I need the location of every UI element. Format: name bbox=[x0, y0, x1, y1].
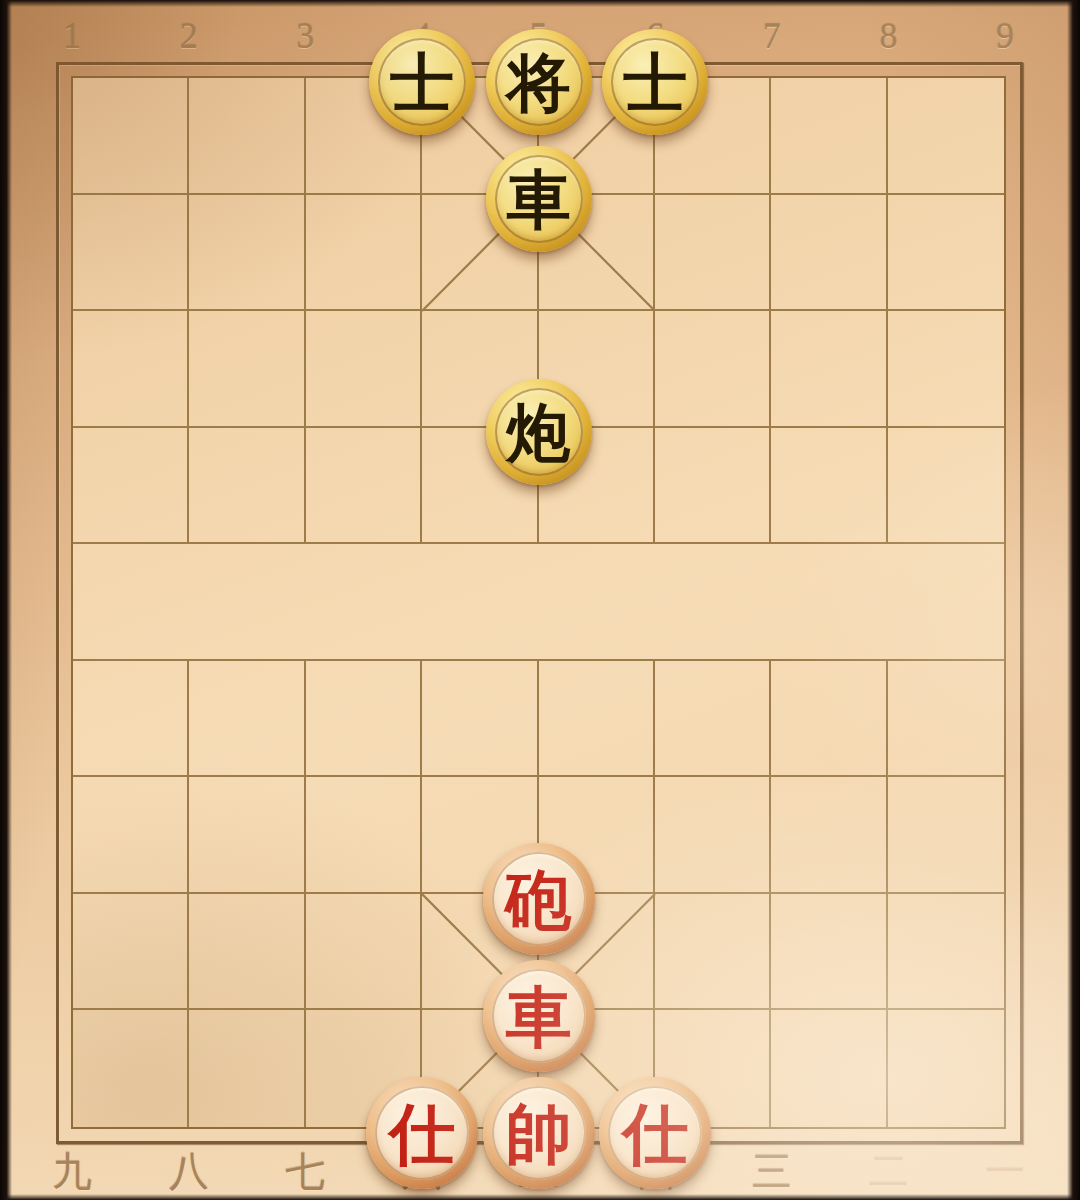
board-cell bbox=[655, 428, 771, 545]
piece-glyph: 砲 bbox=[506, 868, 572, 934]
board-cell bbox=[189, 1010, 305, 1127]
piece-black-advisor-left[interactable]: 士 bbox=[369, 29, 475, 135]
file-label-bottom-3: 七 bbox=[285, 1144, 325, 1199]
board-cell bbox=[73, 544, 189, 661]
piece-black-chariot[interactable]: 車 bbox=[486, 146, 592, 252]
piece-face: 砲 bbox=[492, 852, 586, 946]
board-cell bbox=[306, 195, 422, 312]
file-label-bottom-7: 三 bbox=[752, 1144, 792, 1199]
file-label-bottom-8: 二 bbox=[868, 1144, 908, 1199]
board-cell bbox=[771, 195, 887, 312]
file-label-top-8: 8 bbox=[879, 15, 897, 57]
piece-black-advisor-right[interactable]: 士 bbox=[602, 29, 708, 135]
piece-face: 車 bbox=[492, 969, 586, 1063]
file-label-top-9: 9 bbox=[996, 15, 1014, 57]
board-cell bbox=[189, 311, 305, 428]
board-cell bbox=[73, 661, 189, 778]
piece-black-cannon[interactable]: 炮 bbox=[486, 379, 592, 485]
board-cell bbox=[306, 428, 422, 545]
piece-glyph: 仕 bbox=[389, 1102, 455, 1168]
board-cell bbox=[189, 661, 305, 778]
board-cell bbox=[655, 195, 771, 312]
board-cell bbox=[771, 777, 887, 894]
board-cell bbox=[888, 661, 1004, 778]
board-cell bbox=[771, 311, 887, 428]
board-cell bbox=[189, 428, 305, 545]
file-label-bottom-9: 一 bbox=[985, 1144, 1025, 1199]
file-label-top-1: 1 bbox=[63, 15, 81, 57]
file-label-top-3: 3 bbox=[296, 15, 314, 57]
piece-red-advisor-left[interactable]: 仕 bbox=[366, 1077, 478, 1189]
board-cell bbox=[306, 661, 422, 778]
piece-glyph: 車 bbox=[507, 169, 571, 233]
board-cell bbox=[73, 894, 189, 1011]
board-cell bbox=[422, 661, 538, 778]
board-cell bbox=[655, 311, 771, 428]
piece-glyph: 将 bbox=[507, 52, 571, 116]
board-cell bbox=[888, 428, 1004, 545]
board-cell bbox=[539, 661, 655, 778]
board-cell bbox=[73, 1010, 189, 1127]
board-cell bbox=[306, 894, 422, 1011]
piece-face: 仕 bbox=[608, 1086, 702, 1180]
board-cell bbox=[73, 311, 189, 428]
piece-face: 車 bbox=[495, 155, 583, 243]
board-cell bbox=[888, 777, 1004, 894]
board-cell bbox=[888, 195, 1004, 312]
board-cell bbox=[771, 78, 887, 195]
piece-glyph: 士 bbox=[390, 52, 454, 116]
piece-glyph: 車 bbox=[506, 985, 572, 1051]
board-cell bbox=[189, 544, 305, 661]
board-cell bbox=[771, 661, 887, 778]
board-cell bbox=[73, 777, 189, 894]
piece-red-cannon[interactable]: 砲 bbox=[483, 843, 595, 955]
board-cell bbox=[888, 311, 1004, 428]
piece-face: 将 bbox=[495, 38, 583, 126]
board-cell bbox=[888, 1010, 1004, 1127]
file-label-bottom-1: 九 bbox=[52, 1144, 92, 1199]
board-cell bbox=[306, 311, 422, 428]
piece-red-general[interactable]: 帥 bbox=[483, 1077, 595, 1189]
board-cell bbox=[189, 777, 305, 894]
piece-glyph: 仕 bbox=[622, 1102, 688, 1168]
board-cell bbox=[422, 544, 538, 661]
xiangqi-board-screen: 123456789九八七六五四三二一楚河汉界士将士車炮砲車仕帥仕 bbox=[0, 0, 1080, 1200]
piece-red-advisor-right[interactable]: 仕 bbox=[599, 1077, 711, 1189]
piece-face: 士 bbox=[378, 38, 466, 126]
board-cell bbox=[306, 544, 422, 661]
board-cell bbox=[655, 894, 771, 1011]
board-cell bbox=[539, 544, 655, 661]
board-cell bbox=[189, 894, 305, 1011]
piece-glyph: 帥 bbox=[506, 1102, 572, 1168]
board-cell bbox=[73, 428, 189, 545]
file-label-bottom-2: 八 bbox=[169, 1144, 209, 1199]
board-cell bbox=[306, 777, 422, 894]
piece-glyph: 士 bbox=[623, 52, 687, 116]
board-cell bbox=[771, 428, 887, 545]
board-cell bbox=[771, 894, 887, 1011]
board-cell bbox=[771, 1010, 887, 1127]
piece-black-general[interactable]: 将 bbox=[486, 29, 592, 135]
piece-face: 士 bbox=[611, 38, 699, 126]
piece-glyph: 炮 bbox=[507, 402, 571, 466]
file-label-top-2: 2 bbox=[180, 15, 198, 57]
board-cell bbox=[655, 544, 771, 661]
piece-red-chariot[interactable]: 車 bbox=[483, 960, 595, 1072]
piece-face: 帥 bbox=[492, 1086, 586, 1180]
board-cell bbox=[771, 544, 887, 661]
piece-face: 炮 bbox=[495, 388, 583, 476]
board-cell bbox=[73, 195, 189, 312]
file-label-top-7: 7 bbox=[763, 15, 781, 57]
board-cell bbox=[888, 544, 1004, 661]
board-cell bbox=[189, 78, 305, 195]
board-cell bbox=[655, 777, 771, 894]
board-cell bbox=[73, 78, 189, 195]
board-cell bbox=[888, 894, 1004, 1011]
piece-face: 仕 bbox=[375, 1086, 469, 1180]
board-cell bbox=[888, 78, 1004, 195]
board-cell bbox=[189, 195, 305, 312]
board-cell bbox=[655, 661, 771, 778]
